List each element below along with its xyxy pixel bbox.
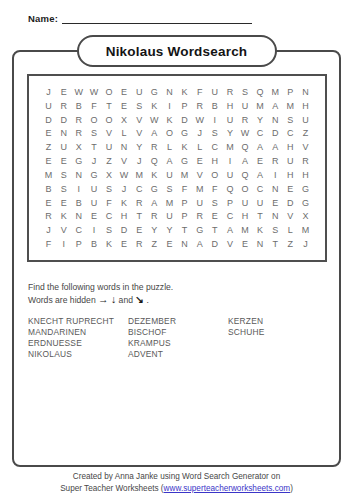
grid-cell: Z — [298, 126, 313, 140]
grid-cell: W — [192, 113, 207, 127]
grid-cell: E — [237, 237, 252, 251]
grid-cell: A — [147, 196, 162, 210]
grid-cell: U — [222, 168, 237, 182]
grid-cell: M — [298, 223, 313, 237]
grid-cell: A — [253, 168, 268, 182]
grid-cell: G — [192, 223, 207, 237]
down-right-arrow-icon: ↘ — [135, 293, 144, 305]
grid-cell: P — [283, 85, 298, 99]
grid-cell: I — [71, 182, 86, 196]
grid-cell: M — [132, 168, 147, 182]
down-arrow-icon: ↓ — [111, 293, 116, 305]
grid-cell: E — [117, 99, 132, 113]
grid-cell: P — [177, 209, 192, 223]
footer: Created by Anna Janke using Word Search … — [0, 471, 353, 494]
grid-cell: D — [207, 237, 222, 251]
grid-cell: K — [147, 99, 162, 113]
word-list: KNECHT RUPRECHTMANDARINENERDNUESSENIKOLA… — [28, 316, 325, 360]
grid-cell: H — [207, 154, 222, 168]
grid-cell: H — [283, 140, 298, 154]
grid-cell: J — [298, 237, 313, 251]
grid-cell: T — [177, 223, 192, 237]
grid-cell: I — [222, 154, 237, 168]
grid-cell: U — [253, 196, 268, 210]
grid-cell: P — [222, 196, 237, 210]
grid-cell: Z — [147, 237, 162, 251]
word-list-column-3: KERZENSCHUHE — [228, 316, 328, 360]
word-list-item: KERZEN — [228, 316, 328, 327]
grid-cell: M — [237, 223, 252, 237]
grid-cell: W — [147, 113, 162, 127]
puzzle-title: Nikolaus Wordsearch — [106, 44, 248, 59]
grid-cell: K — [177, 140, 192, 154]
grid-cell: Y — [222, 126, 237, 140]
grid-cell: R — [192, 99, 207, 113]
grid-cell: X — [298, 209, 313, 223]
word-list-item: KNECHT RUPRECHT — [28, 316, 128, 327]
grid-cell: C — [71, 223, 86, 237]
grid-cell: Y — [147, 223, 162, 237]
grid-cell: E — [56, 154, 71, 168]
grid-cell: J — [192, 126, 207, 140]
grid-cell: V — [132, 113, 147, 127]
grid-cell: D — [41, 113, 56, 127]
grid-cell: C — [132, 182, 147, 196]
grid-cell: K — [101, 237, 116, 251]
grid-cell: M — [162, 196, 177, 210]
word-list-item: KRAMPUS — [128, 338, 228, 349]
grid-cell: E — [41, 126, 56, 140]
grid-cell: E — [162, 237, 177, 251]
grid-cell: C — [101, 209, 116, 223]
grid-cell: U — [298, 113, 313, 127]
grid-cell: H — [222, 99, 237, 113]
grid-cell: J — [132, 154, 147, 168]
grid-cell: C — [207, 140, 222, 154]
grid-cell: O — [162, 126, 177, 140]
grid-cell: G — [298, 196, 313, 210]
grid-cell: Z — [283, 237, 298, 251]
worksheet-page: Name: Nikolaus Wordsearch JEWWOEUGNKFURS… — [0, 0, 353, 500]
grid-cell: E — [41, 196, 56, 210]
grid-cell: E — [56, 196, 71, 210]
superteacherworksheets-link[interactable]: www.superteacherworksheets.com — [164, 484, 291, 493]
grid-cell: H — [298, 168, 313, 182]
grid-cell: U — [41, 99, 56, 113]
word-list-item: NIKOLAUS — [28, 349, 128, 360]
grid-cell: Q — [253, 85, 268, 99]
grid-cell: M — [253, 99, 268, 113]
grid-cell: B — [71, 196, 86, 210]
grid-cell: N — [71, 209, 86, 223]
grid-cell: G — [71, 154, 86, 168]
grid-cell: G — [177, 154, 192, 168]
grid-cell: C — [222, 209, 237, 223]
grid-cell: T — [132, 209, 147, 223]
instructions-period: . — [147, 295, 149, 305]
footer-line2-prefix: Super Teacher Worksheets ( — [60, 484, 163, 493]
right-arrow-icon: → — [98, 293, 109, 305]
grid-cell: V — [132, 126, 147, 140]
grid-cell: V — [298, 140, 313, 154]
grid-cell: A — [268, 140, 283, 154]
grid-cell: K — [147, 168, 162, 182]
grid-cell: R — [222, 85, 237, 99]
grid-cell: Q — [147, 154, 162, 168]
grid-cell: T — [253, 209, 268, 223]
grid-cell: Y — [253, 113, 268, 127]
grid-cell: M — [283, 99, 298, 113]
grid-cell: A — [222, 223, 237, 237]
grid-cell: D — [56, 113, 71, 127]
grid-cell: H — [117, 209, 132, 223]
grid-cell: R — [192, 209, 207, 223]
grid-cell: Q — [237, 140, 252, 154]
grid-cell: I — [86, 223, 101, 237]
grid-cell: K — [56, 209, 71, 223]
grid-cell: R — [298, 154, 313, 168]
word-list-item: ERDNUESSE — [28, 338, 128, 349]
grid-cell: Y — [162, 223, 177, 237]
grid-cell: G — [298, 182, 313, 196]
grid-cell: E — [207, 209, 222, 223]
grid-cell: E — [132, 223, 147, 237]
grid-cell: V — [101, 126, 116, 140]
grid-cell: M — [41, 168, 56, 182]
grid-cell: L — [117, 126, 132, 140]
grid-cell: N — [268, 182, 283, 196]
grid-cell: X — [117, 113, 132, 127]
grid-cell: E — [283, 182, 298, 196]
grid-cell: D — [283, 196, 298, 210]
grid-cell: J — [86, 154, 101, 168]
grid-cell: L — [192, 140, 207, 154]
grid-cell: N — [253, 237, 268, 251]
grid-cell: M — [192, 182, 207, 196]
grid-cell: B — [71, 99, 86, 113]
grid-cell: N — [71, 168, 86, 182]
grid-cell: E — [56, 85, 71, 99]
grid-cell: E — [86, 209, 101, 223]
grid-cell: R — [132, 237, 147, 251]
name-label: Name: — [28, 13, 58, 24]
grid-cell: O — [101, 113, 116, 127]
grid-cell: N — [298, 85, 313, 99]
grid-cell: Y — [132, 140, 147, 154]
grid-cell: O — [237, 182, 252, 196]
grid-cell: U — [237, 196, 252, 210]
grid-cell: V — [117, 154, 132, 168]
word-list-item: MANDARINEN — [28, 327, 128, 338]
grid-cell: Q — [222, 182, 237, 196]
grid-cell: Z — [101, 154, 116, 168]
grid-cell: A — [268, 99, 283, 113]
grid-cell: N — [268, 209, 283, 223]
grid-cell: K — [117, 196, 132, 210]
footer-line2: Super Teacher Worksheets (www.superteach… — [0, 483, 353, 495]
grid-cell: C — [283, 126, 298, 140]
grid-cell: L — [162, 140, 177, 154]
grid-cell: G — [147, 182, 162, 196]
grid-cell: Z — [41, 140, 56, 154]
grid-cell: A — [253, 140, 268, 154]
grid-cell: I — [268, 168, 283, 182]
word-list-item: BISCHOF — [128, 327, 228, 338]
grid-cell: N — [268, 113, 283, 127]
grid-cell: R — [268, 154, 283, 168]
grid-cell: M — [222, 140, 237, 154]
instructions-and: and — [119, 295, 133, 305]
grid-cell: B — [207, 99, 222, 113]
grid-cell: G — [177, 126, 192, 140]
grid-cell: C — [253, 182, 268, 196]
grid-cell: A — [147, 126, 162, 140]
grid-cell: U — [162, 168, 177, 182]
word-list-item: DEZEMBER — [128, 316, 228, 327]
grid-cell: M — [268, 85, 283, 99]
name-row: Name: — [28, 12, 252, 24]
grid-cell: U — [283, 154, 298, 168]
grid-cell: W — [117, 168, 132, 182]
grid-cell: I — [207, 113, 222, 127]
grid-cell: J — [41, 85, 56, 99]
footer-line1: Created by Anna Janke using Word Search … — [0, 471, 353, 483]
instructions-line2: Words are hidden → ↓ and ↘ . — [28, 294, 173, 307]
grid-cell: F — [207, 182, 222, 196]
grid-cell: X — [71, 140, 86, 154]
grid-cell: U — [222, 113, 237, 127]
grid-cell: V — [192, 168, 207, 182]
grid-cell: B — [41, 182, 56, 196]
grid-cell: R — [41, 209, 56, 223]
grid-cell: O — [101, 85, 116, 99]
grid-cell: U — [56, 140, 71, 154]
word-list-column-1: KNECHT RUPRECHTMANDARINENERDNUESSENIKOLA… — [28, 316, 128, 360]
grid-cell: T — [207, 223, 222, 237]
grid-cell: P — [71, 237, 86, 251]
grid-cell: V — [283, 209, 298, 223]
grid-cell: I — [162, 99, 177, 113]
grid-cell: W — [71, 85, 86, 99]
grid-cell: A — [192, 237, 207, 251]
grid-cell: E — [41, 154, 56, 168]
grid-cell: S — [101, 223, 116, 237]
grid-cell: S — [268, 223, 283, 237]
grid-cell: S — [132, 99, 147, 113]
grid-cell: E — [268, 196, 283, 210]
grid-cell: S — [56, 168, 71, 182]
grid-cell: E — [192, 154, 207, 168]
grid-cell: K — [177, 85, 192, 99]
grid-cell: S — [101, 182, 116, 196]
grid-cell: D — [268, 126, 283, 140]
grid-cell: R — [237, 113, 252, 127]
grid-cell: N — [162, 85, 177, 99]
grid-cell: J — [117, 182, 132, 196]
instructions-line2-prefix: Words are hidden — [28, 295, 96, 305]
grid-cell: O — [86, 113, 101, 127]
grid-cell: L — [283, 223, 298, 237]
grid-cell: U — [132, 85, 147, 99]
grid-cell: E — [253, 154, 268, 168]
grid-cell: V — [56, 223, 71, 237]
grid-cell: M — [177, 168, 192, 182]
grid-cell: K — [253, 223, 268, 237]
name-blank-line[interactable] — [62, 12, 252, 24]
grid-cell: T — [268, 237, 283, 251]
instructions: Find the following words in the puzzle. … — [28, 282, 173, 306]
grid-cell: F — [101, 196, 116, 210]
grid-cell: P — [177, 99, 192, 113]
grid-cell: F — [177, 182, 192, 196]
worksheet-frame: Nikolaus Wordsearch JEWWOEUGNKFURSQMPNUR… — [12, 50, 341, 467]
grid-cell: V — [222, 237, 237, 251]
grid-cell: E — [117, 85, 132, 99]
wordsearch-grid-box: JEWWOEUGNKFURSQMPNURBFTESKIPRBHUMAMHDDRO… — [27, 74, 327, 262]
grid-cell: C — [253, 126, 268, 140]
grid-cell: U — [207, 85, 222, 99]
grid-cell: S — [283, 113, 298, 127]
grid-cell: I — [56, 237, 71, 251]
grid-cell: E — [117, 237, 132, 251]
grid-cell: R — [71, 113, 86, 127]
grid-cell: T — [86, 140, 101, 154]
grid-cell: R — [71, 126, 86, 140]
grid-cell: H — [283, 168, 298, 182]
grid-cell: W — [86, 85, 101, 99]
grid-cell: U — [192, 196, 207, 210]
word-list-item: SCHUHE — [228, 327, 328, 338]
grid-cell: U — [86, 196, 101, 210]
grid-cell: N — [56, 126, 71, 140]
grid-cell: S — [207, 196, 222, 210]
grid-cell: G — [86, 168, 101, 182]
grid-cell: U — [162, 209, 177, 223]
grid-cell: F — [41, 237, 56, 251]
grid-cell: U — [101, 140, 116, 154]
grid-cell: N — [117, 140, 132, 154]
wordsearch-grid[interactable]: JEWWOEUGNKFURSQMPNURBFTESKIPRBHUMAMHDDRO… — [41, 85, 313, 251]
grid-cell: B — [86, 237, 101, 251]
grid-cell: F — [192, 85, 207, 99]
grid-cell: K — [162, 113, 177, 127]
grid-cell: U — [237, 99, 252, 113]
grid-cell: U — [86, 182, 101, 196]
grid-cell: H — [298, 99, 313, 113]
grid-cell: G — [147, 85, 162, 99]
grid-cell: W — [237, 126, 252, 140]
grid-cell: A — [162, 154, 177, 168]
grid-cell: X — [101, 168, 116, 182]
footer-line2-suffix: ) — [290, 484, 293, 493]
word-list-item: ADVENT — [128, 349, 228, 360]
grid-cell: T — [101, 99, 116, 113]
grid-cell: S — [237, 85, 252, 99]
grid-cell: R — [147, 209, 162, 223]
grid-cell: R — [56, 99, 71, 113]
grid-cell: J — [41, 223, 56, 237]
grid-cell: R — [147, 140, 162, 154]
grid-cell: D — [177, 113, 192, 127]
grid-cell: H — [237, 209, 252, 223]
grid-cell: Q — [237, 168, 252, 182]
grid-cell: F — [86, 99, 101, 113]
grid-cell: N — [177, 237, 192, 251]
grid-cell: A — [237, 154, 252, 168]
grid-cell: S — [56, 182, 71, 196]
grid-cell: S — [207, 126, 222, 140]
grid-cell: O — [207, 168, 222, 182]
grid-cell: P — [177, 196, 192, 210]
puzzle-title-pill: Nikolaus Wordsearch — [77, 35, 277, 67]
grid-cell: D — [117, 223, 132, 237]
grid-cell: S — [86, 126, 101, 140]
word-list-column-2: DEZEMBERBISCHOFKRAMPUSADVENT — [128, 316, 228, 360]
grid-cell: R — [132, 196, 147, 210]
grid-cell: S — [162, 182, 177, 196]
